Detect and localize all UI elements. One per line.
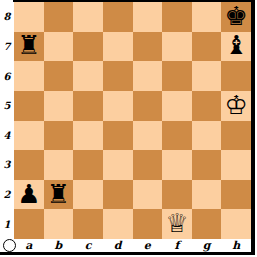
square-b5[interactable] <box>44 91 74 121</box>
square-h1[interactable] <box>221 209 251 239</box>
square-e5[interactable] <box>133 91 163 121</box>
chess-diagram: ♚♜♝♔♟♜♕ 87654321 abcdefgh <box>0 0 257 257</box>
square-c1[interactable] <box>73 209 103 239</box>
square-h6[interactable] <box>221 61 251 91</box>
square-c5[interactable] <box>73 91 103 121</box>
rank-label-6: 6 <box>0 61 14 91</box>
rank-label-4: 4 <box>0 121 14 151</box>
square-d4[interactable] <box>103 121 133 151</box>
square-a7[interactable]: ♜ <box>14 32 44 62</box>
file-label-b: b <box>44 239 74 252</box>
square-b6[interactable] <box>44 61 74 91</box>
file-label-g: g <box>192 239 222 252</box>
rank-label-8: 8 <box>0 2 14 32</box>
chess-board: ♚♜♝♔♟♜♕ <box>14 2 251 239</box>
square-g4[interactable] <box>192 121 222 151</box>
square-d3[interactable] <box>103 150 133 180</box>
square-c7[interactable] <box>73 32 103 62</box>
square-c8[interactable] <box>73 2 103 32</box>
square-a2[interactable]: ♟ <box>14 180 44 210</box>
rank-label-2: 2 <box>0 180 14 210</box>
file-labels: abcdefgh <box>14 239 251 252</box>
rank-labels: 87654321 <box>0 2 14 239</box>
black-rook[interactable]: ♜ <box>17 32 40 58</box>
square-c6[interactable] <box>73 61 103 91</box>
square-b1[interactable] <box>44 209 74 239</box>
rank-label-1: 1 <box>0 209 14 239</box>
file-label-c: c <box>73 239 103 252</box>
board-frame-bottom <box>0 252 255 255</box>
square-a3[interactable] <box>14 150 44 180</box>
square-d1[interactable] <box>103 209 133 239</box>
square-g8[interactable] <box>192 2 222 32</box>
square-g2[interactable] <box>192 180 222 210</box>
file-label-e: e <box>133 239 163 252</box>
square-d5[interactable] <box>103 91 133 121</box>
black-king[interactable]: ♚ <box>225 3 248 29</box>
square-e8[interactable] <box>133 2 163 32</box>
board-frame-right <box>251 0 255 255</box>
white-queen[interactable]: ♕ <box>165 210 188 236</box>
square-b2[interactable]: ♜ <box>44 180 74 210</box>
square-g1[interactable] <box>192 209 222 239</box>
square-f5[interactable] <box>162 91 192 121</box>
file-label-f: f <box>162 239 192 252</box>
square-h8[interactable]: ♚ <box>221 2 251 32</box>
file-label-d: d <box>103 239 133 252</box>
square-b4[interactable] <box>44 121 74 151</box>
square-e3[interactable] <box>133 150 163 180</box>
square-a8[interactable] <box>14 2 44 32</box>
black-bishop[interactable]: ♝ <box>225 32 248 58</box>
square-h2[interactable] <box>221 180 251 210</box>
rank-label-7: 7 <box>0 32 14 62</box>
rank-label-3: 3 <box>0 150 14 180</box>
square-g3[interactable] <box>192 150 222 180</box>
square-e2[interactable] <box>133 180 163 210</box>
square-h3[interactable] <box>221 150 251 180</box>
square-e1[interactable] <box>133 209 163 239</box>
file-label-a: a <box>14 239 44 252</box>
square-c4[interactable] <box>73 121 103 151</box>
square-f8[interactable] <box>162 2 192 32</box>
square-a4[interactable] <box>14 121 44 151</box>
square-d6[interactable] <box>103 61 133 91</box>
white-king[interactable]: ♔ <box>225 92 248 118</box>
square-f1[interactable]: ♕ <box>162 209 192 239</box>
square-b8[interactable] <box>44 2 74 32</box>
square-d2[interactable] <box>103 180 133 210</box>
square-b7[interactable] <box>44 32 74 62</box>
square-g5[interactable] <box>192 91 222 121</box>
square-f4[interactable] <box>162 121 192 151</box>
square-c2[interactable] <box>73 180 103 210</box>
black-pawn[interactable]: ♟ <box>17 181 40 207</box>
square-d8[interactable] <box>103 2 133 32</box>
square-g7[interactable] <box>192 32 222 62</box>
white-to-move-indicator <box>3 239 16 252</box>
square-c3[interactable] <box>73 150 103 180</box>
square-a6[interactable] <box>14 61 44 91</box>
square-f2[interactable] <box>162 180 192 210</box>
square-a5[interactable] <box>14 91 44 121</box>
file-label-h: h <box>221 239 251 252</box>
square-e6[interactable] <box>133 61 163 91</box>
square-e4[interactable] <box>133 121 163 151</box>
black-rook[interactable]: ♜ <box>47 181 70 207</box>
square-f7[interactable] <box>162 32 192 62</box>
rank-label-5: 5 <box>0 91 14 121</box>
square-a1[interactable] <box>14 209 44 239</box>
square-h4[interactable] <box>221 121 251 151</box>
square-f6[interactable] <box>162 61 192 91</box>
square-b3[interactable] <box>44 150 74 180</box>
square-h7[interactable]: ♝ <box>221 32 251 62</box>
square-d7[interactable] <box>103 32 133 62</box>
square-h5[interactable]: ♔ <box>221 91 251 121</box>
square-f3[interactable] <box>162 150 192 180</box>
square-e7[interactable] <box>133 32 163 62</box>
square-g6[interactable] <box>192 61 222 91</box>
